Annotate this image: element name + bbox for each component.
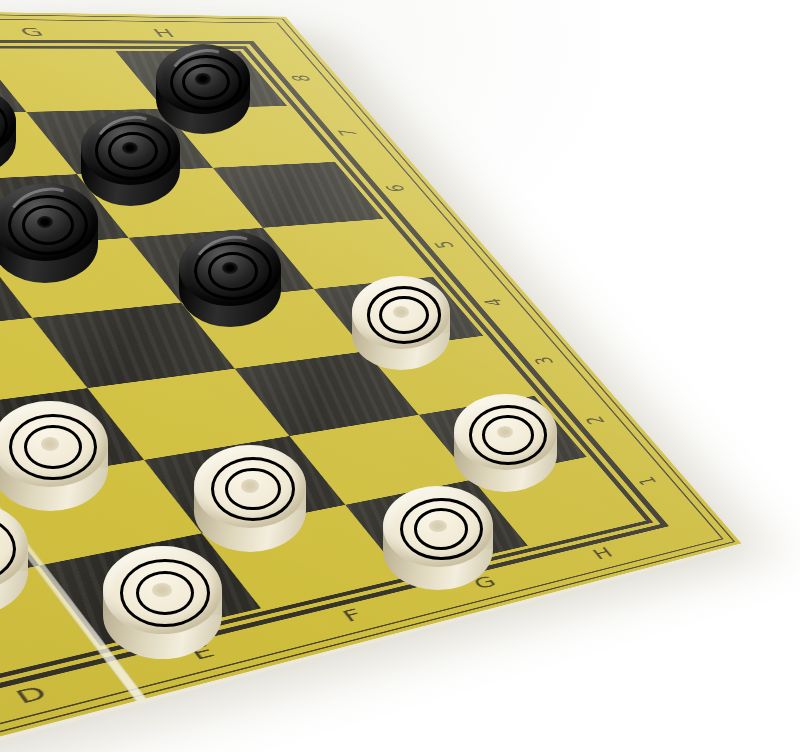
piece-white-e1[interactable] (103, 546, 222, 659)
piece-center-dimple (41, 437, 60, 451)
piece-center-dimple (152, 583, 171, 597)
piece-center-dimple (393, 306, 409, 318)
piece-black-f8[interactable] (0, 88, 16, 175)
piece-black-g5[interactable] (179, 231, 281, 327)
piece-white-f2[interactable] (194, 445, 306, 552)
piece-white-h4[interactable] (352, 276, 450, 370)
piece-white-e3[interactable] (0, 401, 108, 511)
piece-white-d2[interactable] (0, 502, 28, 616)
piece-center-dimple (241, 479, 259, 492)
photo-scene: AABBCCDDEEFFGGHH1122334455667788 (0, 0, 800, 752)
piece-white-h2[interactable] (454, 394, 557, 492)
piece-white-g1[interactable] (383, 486, 493, 590)
piece-center-dimple (429, 520, 447, 533)
piece-black-f6[interactable] (0, 183, 98, 283)
